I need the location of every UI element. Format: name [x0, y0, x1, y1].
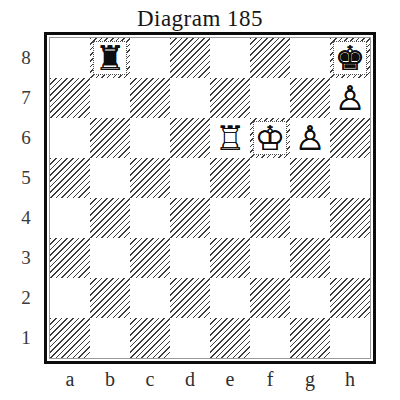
- square-g6: ♙: [290, 118, 330, 158]
- square-b8: ♜: [90, 38, 130, 78]
- square-d3: [170, 238, 210, 278]
- square-h7: ♙: [330, 78, 370, 118]
- rank-label-5: 5: [8, 158, 44, 198]
- black-rook: ♜: [90, 38, 130, 78]
- square-h4: [330, 198, 370, 238]
- rank-label-4: 4: [8, 198, 44, 238]
- rank-label-7: 7: [8, 78, 44, 118]
- square-c5: [130, 158, 170, 198]
- square-h5: [330, 158, 370, 198]
- square-f3: [250, 238, 290, 278]
- file-label-a: a: [50, 368, 90, 391]
- square-b7: [90, 78, 130, 118]
- square-g1: [290, 318, 330, 358]
- square-b1: [90, 318, 130, 358]
- square-a6: [50, 118, 90, 158]
- square-e7: [210, 78, 250, 118]
- white-king: ♔: [250, 118, 290, 158]
- white-pawn: ♙: [290, 118, 330, 158]
- square-c6: [130, 118, 170, 158]
- diagram-title: Diagram 185: [0, 0, 400, 30]
- square-e1: [210, 318, 250, 358]
- square-a7: [50, 78, 90, 118]
- square-b4: [90, 198, 130, 238]
- square-c1: [130, 318, 170, 358]
- board-frame: ♜♚♙♖♔♙: [44, 32, 376, 364]
- rank-label-8: 8: [8, 38, 44, 78]
- rank-label-3: 3: [8, 238, 44, 278]
- square-c2: [130, 278, 170, 318]
- square-h3: [330, 238, 370, 278]
- black-king: ♚: [330, 38, 370, 78]
- square-e2: [210, 278, 250, 318]
- square-d5: [170, 158, 210, 198]
- square-f4: [250, 198, 290, 238]
- square-h8: ♚: [330, 38, 370, 78]
- square-c8: [130, 38, 170, 78]
- square-e4: [210, 198, 250, 238]
- square-b2: [90, 278, 130, 318]
- square-g2: [290, 278, 330, 318]
- square-c4: [130, 198, 170, 238]
- rank-label-6: 6: [8, 118, 44, 158]
- square-f2: [250, 278, 290, 318]
- square-e5: [210, 158, 250, 198]
- square-b6: [90, 118, 130, 158]
- square-a4: [50, 198, 90, 238]
- chessboard-area: 87654321 ♜♚♙♖♔♙: [0, 32, 400, 364]
- square-e8: [210, 38, 250, 78]
- square-e6: ♖: [210, 118, 250, 158]
- square-a1: [50, 318, 90, 358]
- square-h6: [330, 118, 370, 158]
- rank-label-2: 2: [8, 278, 44, 318]
- square-g7: [290, 78, 330, 118]
- square-g5: [290, 158, 330, 198]
- diagram-page: Diagram 185 87654321 ♜♚♙♖♔♙ abcdefgh: [0, 0, 400, 400]
- file-label-h: h: [330, 368, 370, 391]
- square-a5: [50, 158, 90, 198]
- chessboard: ♜♚♙♖♔♙: [49, 37, 371, 359]
- square-b3: [90, 238, 130, 278]
- square-a8: [50, 38, 90, 78]
- file-labels: abcdefgh: [0, 368, 400, 391]
- file-label-g: g: [290, 368, 330, 391]
- square-c7: [130, 78, 170, 118]
- square-d1: [170, 318, 210, 358]
- square-g8: [290, 38, 330, 78]
- square-d4: [170, 198, 210, 238]
- file-label-b: b: [90, 368, 130, 391]
- square-f6: ♔: [250, 118, 290, 158]
- file-labels-spacer: [0, 368, 50, 391]
- square-c3: [130, 238, 170, 278]
- square-a3: [50, 238, 90, 278]
- square-h1: [330, 318, 370, 358]
- square-f7: [250, 78, 290, 118]
- square-d2: [170, 278, 210, 318]
- square-d6: [170, 118, 210, 158]
- square-g4: [290, 198, 330, 238]
- square-d8: [170, 38, 210, 78]
- square-a2: [50, 278, 90, 318]
- square-d7: [170, 78, 210, 118]
- square-f1: [250, 318, 290, 358]
- square-f5: [250, 158, 290, 198]
- rank-label-1: 1: [8, 318, 44, 358]
- square-f8: [250, 38, 290, 78]
- square-e3: [210, 238, 250, 278]
- file-label-e: e: [210, 368, 250, 391]
- file-label-c: c: [130, 368, 170, 391]
- square-h2: [330, 278, 370, 318]
- white-pawn: ♙: [330, 78, 370, 118]
- file-label-f: f: [250, 368, 290, 391]
- square-b5: [90, 158, 130, 198]
- square-g3: [290, 238, 330, 278]
- rank-labels: 87654321: [8, 32, 44, 364]
- file-label-d: d: [170, 368, 210, 391]
- white-rook: ♖: [210, 118, 250, 158]
